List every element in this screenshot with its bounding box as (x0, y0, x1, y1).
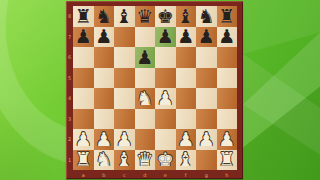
piece-black-bishop[interactable]: ♝ (116, 6, 133, 25)
square-f5[interactable] (176, 68, 197, 89)
piece-black-pawn[interactable]: ♟ (218, 27, 235, 46)
square-b5[interactable] (94, 68, 115, 89)
square-c7[interactable] (114, 27, 135, 48)
rank-labels: 87654321 (66, 6, 73, 170)
square-e1[interactable]: ♚ (155, 150, 176, 171)
square-b4[interactable] (94, 88, 115, 109)
file-labels: abcdefgh (73, 170, 237, 179)
square-f3[interactable] (176, 109, 197, 130)
square-a2[interactable]: ♟ (73, 129, 94, 150)
piece-black-rook[interactable]: ♜ (218, 6, 235, 25)
piece-black-pawn[interactable]: ♟ (157, 27, 174, 46)
rank-label-8: 8 (66, 6, 73, 27)
piece-white-bishop[interactable]: ♝ (177, 150, 194, 169)
file-label-d: d (135, 170, 156, 179)
square-g8[interactable]: ♞ (196, 6, 217, 27)
square-c5[interactable] (114, 68, 135, 89)
file-label-a: a (73, 170, 94, 179)
square-c8[interactable]: ♝ (114, 6, 135, 27)
file-label-f: f (176, 170, 197, 179)
square-g1[interactable] (196, 150, 217, 171)
chess-board[interactable]: ♜♞♝♛♚♝♞♜♟♟♟♟♟♟♟♞♟♟♟♟♟♟♟♜♞♝♛♚♝♜ (73, 6, 237, 170)
square-b1[interactable]: ♞ (94, 150, 115, 171)
piece-white-pawn[interactable]: ♟ (116, 129, 133, 148)
file-label-g: g (196, 170, 217, 179)
piece-white-pawn[interactable]: ♟ (95, 129, 112, 148)
piece-black-knight[interactable]: ♞ (198, 6, 215, 25)
piece-black-pawn[interactable]: ♟ (136, 47, 153, 66)
square-e7[interactable]: ♟ (155, 27, 176, 48)
square-h7[interactable]: ♟ (217, 27, 238, 48)
piece-white-pawn[interactable]: ♟ (157, 88, 174, 107)
background-right-facets (243, 0, 320, 180)
square-c3[interactable] (114, 109, 135, 130)
file-label-e: e (155, 170, 176, 179)
square-c2[interactable]: ♟ (114, 129, 135, 150)
square-a5[interactable] (73, 68, 94, 89)
piece-black-rook[interactable]: ♜ (75, 6, 92, 25)
square-f4[interactable] (176, 88, 197, 109)
square-a4[interactable] (73, 88, 94, 109)
thumbnail-scene: 87654321 ♜♞♝♛♚♝♞♜♟♟♟♟♟♟♟♞♟♟♟♟♟♟♟♜♞♝♛♚♝♜ … (0, 0, 320, 180)
piece-white-king[interactable]: ♚ (157, 150, 174, 169)
square-d2[interactable] (135, 129, 156, 150)
square-f8[interactable]: ♝ (176, 6, 197, 27)
square-h2[interactable]: ♟ (217, 129, 238, 150)
square-c6[interactable] (114, 47, 135, 68)
square-e8[interactable]: ♚ (155, 6, 176, 27)
square-d4[interactable]: ♞ (135, 88, 156, 109)
square-g7[interactable]: ♟ (196, 27, 217, 48)
square-g4[interactable] (196, 88, 217, 109)
piece-white-knight[interactable]: ♞ (95, 150, 112, 169)
piece-black-knight[interactable]: ♞ (95, 6, 112, 25)
rank-label-6: 6 (66, 47, 73, 68)
square-b7[interactable]: ♟ (94, 27, 115, 48)
file-label-h: h (217, 170, 238, 179)
rank-label-2: 2 (66, 129, 73, 150)
rank-label-7: 7 (66, 27, 73, 48)
file-label-b: b (94, 170, 115, 179)
square-c1[interactable]: ♝ (114, 150, 135, 171)
square-e4[interactable]: ♟ (155, 88, 176, 109)
piece-black-pawn[interactable]: ♟ (198, 27, 215, 46)
piece-black-pawn[interactable]: ♟ (75, 27, 92, 46)
square-d8[interactable]: ♛ (135, 6, 156, 27)
background-left-swoosh (0, 0, 70, 180)
square-e6[interactable] (155, 47, 176, 68)
square-c4[interactable] (114, 88, 135, 109)
square-b3[interactable] (94, 109, 115, 130)
rank-label-5: 5 (66, 68, 73, 89)
piece-white-pawn[interactable]: ♟ (218, 129, 235, 148)
square-a6[interactable] (73, 47, 94, 68)
square-d5[interactable] (135, 68, 156, 89)
square-b8[interactable]: ♞ (94, 6, 115, 27)
square-a8[interactable]: ♜ (73, 6, 94, 27)
square-h4[interactable] (217, 88, 238, 109)
square-h6[interactable] (217, 47, 238, 68)
piece-white-bishop[interactable]: ♝ (116, 150, 133, 169)
piece-white-rook[interactable]: ♜ (75, 150, 92, 169)
square-d7[interactable] (135, 27, 156, 48)
piece-white-pawn[interactable]: ♟ (75, 129, 92, 148)
square-f2[interactable]: ♟ (176, 129, 197, 150)
piece-white-queen[interactable]: ♛ (136, 150, 153, 169)
square-d6[interactable]: ♟ (135, 47, 156, 68)
square-g2[interactable]: ♟ (196, 129, 217, 150)
piece-white-pawn[interactable]: ♟ (177, 129, 194, 148)
rank-label-3: 3 (66, 109, 73, 130)
piece-black-pawn[interactable]: ♟ (95, 27, 112, 46)
square-g5[interactable] (196, 68, 217, 89)
piece-white-knight[interactable]: ♞ (136, 88, 153, 107)
square-d3[interactable] (135, 109, 156, 130)
square-e5[interactable] (155, 68, 176, 89)
square-f1[interactable]: ♝ (176, 150, 197, 171)
square-b2[interactable]: ♟ (94, 129, 115, 150)
square-b6[interactable] (94, 47, 115, 68)
square-e2[interactable] (155, 129, 176, 150)
square-h5[interactable] (217, 68, 238, 89)
square-g6[interactable] (196, 47, 217, 68)
square-h1[interactable]: ♜ (217, 150, 238, 171)
piece-black-queen[interactable]: ♛ (136, 6, 153, 25)
square-a1[interactable]: ♜ (73, 150, 94, 171)
piece-black-bishop[interactable]: ♝ (177, 6, 194, 25)
rank-label-1: 1 (66, 150, 73, 171)
piece-black-pawn[interactable]: ♟ (177, 27, 194, 46)
piece-black-king[interactable]: ♚ (157, 6, 174, 25)
square-d1[interactable]: ♛ (135, 150, 156, 171)
square-g3[interactable] (196, 109, 217, 130)
file-label-c: c (114, 170, 135, 179)
square-a7[interactable]: ♟ (73, 27, 94, 48)
piece-white-pawn[interactable]: ♟ (198, 129, 215, 148)
rank-label-4: 4 (66, 88, 73, 109)
square-h8[interactable]: ♜ (217, 6, 238, 27)
square-f7[interactable]: ♟ (176, 27, 197, 48)
square-h3[interactable] (217, 109, 238, 130)
piece-white-rook[interactable]: ♜ (218, 150, 235, 169)
square-f6[interactable] (176, 47, 197, 68)
square-a3[interactable] (73, 109, 94, 130)
square-e3[interactable] (155, 109, 176, 130)
chess-board-frame: 87654321 ♜♞♝♛♚♝♞♜♟♟♟♟♟♟♟♞♟♟♟♟♟♟♟♜♞♝♛♚♝♜ … (66, 1, 243, 179)
